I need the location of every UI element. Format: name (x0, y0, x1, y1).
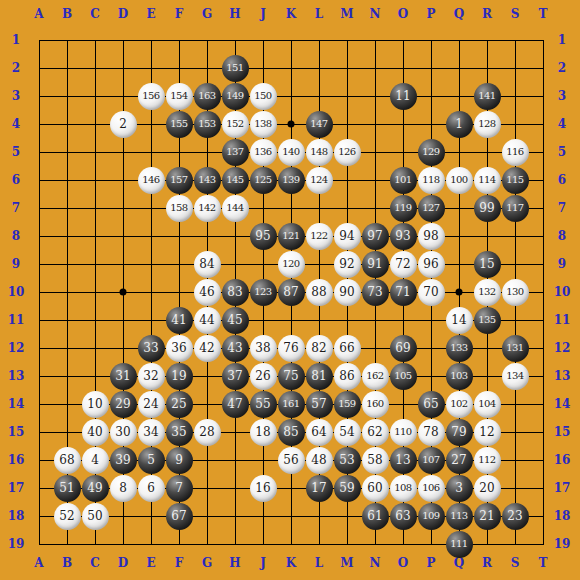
board-point[interactable]: 137 (221, 138, 249, 166)
board-point[interactable] (277, 26, 305, 54)
board-point[interactable] (333, 110, 361, 138)
board-point[interactable]: 112 (473, 446, 501, 474)
board-point[interactable] (501, 26, 529, 54)
board-point[interactable] (417, 54, 445, 82)
board-point[interactable]: 40 (81, 418, 109, 446)
board-point[interactable]: 32 (137, 362, 165, 390)
board-point[interactable] (221, 502, 249, 530)
board-point[interactable] (53, 306, 81, 334)
board-point[interactable]: 99 (473, 194, 501, 222)
board-point[interactable] (193, 54, 221, 82)
board-point[interactable] (25, 250, 53, 278)
board-point[interactable]: 92 (333, 250, 361, 278)
board-point[interactable] (165, 138, 193, 166)
board-point[interactable]: 144 (221, 194, 249, 222)
board-point[interactable]: 136 (249, 138, 277, 166)
board-point[interactable] (361, 54, 389, 82)
board-point[interactable]: 13 (389, 446, 417, 474)
board-point[interactable]: 162 (361, 362, 389, 390)
board-point[interactable] (249, 446, 277, 474)
board-point[interactable] (361, 194, 389, 222)
board-point[interactable] (109, 250, 137, 278)
board-point[interactable] (193, 390, 221, 418)
board-point[interactable]: 21 (473, 502, 501, 530)
board-point[interactable]: 103 (445, 362, 473, 390)
board-point[interactable] (53, 166, 81, 194)
board-point[interactable]: 131 (501, 334, 529, 362)
board-point[interactable]: 121 (277, 222, 305, 250)
board-point[interactable]: 66 (333, 334, 361, 362)
board-point[interactable]: 55 (249, 390, 277, 418)
board-point[interactable] (137, 306, 165, 334)
board-point[interactable]: 117 (501, 194, 529, 222)
board-point[interactable] (137, 530, 165, 558)
board-point[interactable]: 160 (361, 390, 389, 418)
board-point[interactable] (53, 110, 81, 138)
board-point[interactable]: 49 (81, 474, 109, 502)
board-point[interactable] (165, 278, 193, 306)
board-point[interactable]: 96 (417, 250, 445, 278)
board-point[interactable] (389, 306, 417, 334)
board-point[interactable]: 84 (193, 250, 221, 278)
board-point[interactable] (389, 138, 417, 166)
board-point[interactable] (361, 166, 389, 194)
board-point[interactable] (305, 54, 333, 82)
board-point[interactable]: 70 (417, 278, 445, 306)
board-point[interactable]: 44 (193, 306, 221, 334)
board-point[interactable] (445, 82, 473, 110)
board-point[interactable] (137, 54, 165, 82)
board-point[interactable]: 91 (361, 250, 389, 278)
board-point[interactable] (333, 166, 361, 194)
board-point[interactable]: 158 (165, 194, 193, 222)
board-point[interactable] (529, 166, 557, 194)
board-point[interactable] (417, 26, 445, 54)
board-point[interactable] (137, 26, 165, 54)
board-point[interactable]: 94 (333, 222, 361, 250)
board-point[interactable] (389, 54, 417, 82)
board-point[interactable]: 52 (53, 502, 81, 530)
board-point[interactable]: 100 (445, 166, 473, 194)
board-point[interactable] (277, 530, 305, 558)
board-point[interactable] (137, 278, 165, 306)
board-point[interactable] (165, 530, 193, 558)
board-point[interactable] (25, 26, 53, 54)
board-point[interactable] (445, 222, 473, 250)
board-point[interactable] (361, 110, 389, 138)
board-point[interactable]: 41 (165, 306, 193, 334)
board-point[interactable] (25, 82, 53, 110)
board-point[interactable] (53, 334, 81, 362)
board-point[interactable] (109, 530, 137, 558)
board-point[interactable]: 148 (305, 138, 333, 166)
board-point[interactable] (501, 390, 529, 418)
board-point[interactable] (81, 138, 109, 166)
board-point[interactable]: 9 (165, 446, 193, 474)
board-point[interactable] (221, 474, 249, 502)
board-point[interactable] (445, 250, 473, 278)
board-point[interactable] (25, 446, 53, 474)
board-point[interactable] (165, 26, 193, 54)
board-point[interactable]: 78 (417, 418, 445, 446)
board-point[interactable]: 73 (361, 278, 389, 306)
board-point[interactable] (165, 54, 193, 82)
board-point[interactable]: 104 (473, 390, 501, 418)
board-point[interactable]: 149 (221, 82, 249, 110)
board-point[interactable] (417, 110, 445, 138)
board-point[interactable] (529, 54, 557, 82)
board-point[interactable] (53, 138, 81, 166)
board-point[interactable]: 87 (277, 278, 305, 306)
board-point[interactable] (305, 306, 333, 334)
board-point[interactable]: 102 (445, 390, 473, 418)
board-point[interactable]: 125 (249, 166, 277, 194)
board-point[interactable] (81, 166, 109, 194)
board-point[interactable]: 118 (417, 166, 445, 194)
board-point[interactable]: 5 (137, 446, 165, 474)
board-point[interactable]: 107 (417, 446, 445, 474)
board-point[interactable] (221, 222, 249, 250)
board-point[interactable] (165, 250, 193, 278)
board-point[interactable] (165, 222, 193, 250)
board-point[interactable] (53, 530, 81, 558)
board-point[interactable]: 12 (473, 418, 501, 446)
board-point[interactable]: 146 (137, 166, 165, 194)
board-point[interactable]: 140 (277, 138, 305, 166)
board-point[interactable]: 143 (193, 166, 221, 194)
board-point[interactable] (361, 334, 389, 362)
board-point[interactable] (445, 26, 473, 54)
board-point[interactable] (81, 530, 109, 558)
board-point[interactable] (249, 502, 277, 530)
board-point[interactable] (473, 222, 501, 250)
board-point[interactable] (529, 26, 557, 54)
board-point[interactable] (501, 54, 529, 82)
board-point[interactable]: 85 (277, 418, 305, 446)
board-point[interactable]: 86 (333, 362, 361, 390)
board-point[interactable]: 37 (221, 362, 249, 390)
board-point[interactable] (221, 250, 249, 278)
board-point[interactable]: 35 (165, 418, 193, 446)
board-point[interactable]: 36 (165, 334, 193, 362)
board-point[interactable] (25, 278, 53, 306)
board-point[interactable]: 46 (193, 278, 221, 306)
board-point[interactable]: 60 (361, 474, 389, 502)
board-point[interactable] (277, 194, 305, 222)
board-point[interactable]: 159 (333, 390, 361, 418)
board-point[interactable] (417, 334, 445, 362)
board-point[interactable] (109, 502, 137, 530)
board-point[interactable] (81, 250, 109, 278)
board-point[interactable] (249, 26, 277, 54)
board-point[interactable] (333, 194, 361, 222)
board-point[interactable] (81, 110, 109, 138)
board-point[interactable]: 27 (445, 446, 473, 474)
board-point[interactable]: 155 (165, 110, 193, 138)
board-point[interactable] (81, 306, 109, 334)
board-point[interactable] (193, 362, 221, 390)
board-point[interactable]: 123 (249, 278, 277, 306)
board-point[interactable]: 4 (81, 446, 109, 474)
board-point[interactable]: 75 (277, 362, 305, 390)
board-point[interactable] (25, 390, 53, 418)
board-point[interactable]: 139 (277, 166, 305, 194)
board-point[interactable]: 111 (445, 530, 473, 558)
board-point[interactable]: 54 (333, 418, 361, 446)
board-point[interactable] (25, 334, 53, 362)
board-point[interactable]: 24 (137, 390, 165, 418)
board-point[interactable]: 56 (277, 446, 305, 474)
board-point[interactable] (109, 82, 137, 110)
board-point[interactable] (53, 250, 81, 278)
board-point[interactable]: 106 (417, 474, 445, 502)
board-point[interactable] (361, 306, 389, 334)
board-point[interactable]: 163 (193, 82, 221, 110)
board-point[interactable] (277, 306, 305, 334)
board-point[interactable]: 25 (165, 390, 193, 418)
board-point[interactable] (53, 82, 81, 110)
board-point[interactable] (445, 278, 473, 306)
board-point[interactable] (249, 194, 277, 222)
board-point[interactable] (529, 334, 557, 362)
board-point[interactable] (249, 530, 277, 558)
board-point[interactable]: 152 (221, 110, 249, 138)
board-point[interactable]: 90 (333, 278, 361, 306)
board-point[interactable] (137, 250, 165, 278)
board-point[interactable] (501, 306, 529, 334)
board-point[interactable] (221, 446, 249, 474)
board-point[interactable] (137, 110, 165, 138)
board-point[interactable]: 2 (109, 110, 137, 138)
board-point[interactable]: 51 (53, 474, 81, 502)
board-point[interactable] (53, 194, 81, 222)
board-point[interactable]: 57 (305, 390, 333, 418)
board-point[interactable] (473, 54, 501, 82)
board-point[interactable]: 150 (249, 82, 277, 110)
board-point[interactable]: 63 (389, 502, 417, 530)
board-point[interactable]: 67 (165, 502, 193, 530)
board-point[interactable] (277, 110, 305, 138)
board-point[interactable] (417, 82, 445, 110)
board-point[interactable]: 28 (193, 418, 221, 446)
board-point[interactable] (305, 530, 333, 558)
board-point[interactable]: 31 (109, 362, 137, 390)
board-point[interactable]: 47 (221, 390, 249, 418)
board-point[interactable] (529, 82, 557, 110)
board-point[interactable] (277, 54, 305, 82)
board-point[interactable]: 69 (389, 334, 417, 362)
board-point[interactable]: 23 (501, 502, 529, 530)
board-point[interactable]: 14 (445, 306, 473, 334)
board-point[interactable] (25, 110, 53, 138)
board-point[interactable] (109, 138, 137, 166)
board-point[interactable] (193, 474, 221, 502)
board-point[interactable]: 65 (417, 390, 445, 418)
board-point[interactable]: 34 (137, 418, 165, 446)
board-point[interactable]: 151 (221, 54, 249, 82)
board-point[interactable] (137, 194, 165, 222)
board-point[interactable] (305, 82, 333, 110)
board-point[interactable] (417, 306, 445, 334)
board-point[interactable]: 58 (361, 446, 389, 474)
board-point[interactable]: 105 (389, 362, 417, 390)
board-point[interactable]: 132 (473, 278, 501, 306)
board-point[interactable] (473, 26, 501, 54)
board-point[interactable] (109, 306, 137, 334)
board-point[interactable] (109, 26, 137, 54)
board-point[interactable] (109, 222, 137, 250)
board-point[interactable] (53, 26, 81, 54)
board-point[interactable] (333, 530, 361, 558)
board-point[interactable]: 39 (109, 446, 137, 474)
board-point[interactable]: 30 (109, 418, 137, 446)
board-point[interactable] (501, 110, 529, 138)
board-point[interactable]: 95 (249, 222, 277, 250)
board-point[interactable] (361, 26, 389, 54)
board-point[interactable] (529, 306, 557, 334)
board-point[interactable] (81, 26, 109, 54)
board-point[interactable] (25, 530, 53, 558)
board-point[interactable] (445, 54, 473, 82)
board-point[interactable] (389, 530, 417, 558)
board-point[interactable]: 113 (445, 502, 473, 530)
board-point[interactable] (249, 250, 277, 278)
board-point[interactable]: 119 (389, 194, 417, 222)
board-point[interactable] (109, 166, 137, 194)
board-point[interactable] (501, 250, 529, 278)
board-point[interactable]: 42 (193, 334, 221, 362)
board-point[interactable]: 108 (389, 474, 417, 502)
board-point[interactable]: 1 (445, 110, 473, 138)
board-point[interactable] (529, 446, 557, 474)
board-point[interactable]: 126 (333, 138, 361, 166)
board-point[interactable] (53, 54, 81, 82)
board-point[interactable]: 48 (305, 446, 333, 474)
board-point[interactable] (333, 502, 361, 530)
board-point[interactable] (305, 502, 333, 530)
board-point[interactable]: 72 (389, 250, 417, 278)
board-point[interactable] (53, 390, 81, 418)
board-point[interactable] (529, 138, 557, 166)
board-point[interactable] (529, 110, 557, 138)
board-point[interactable]: 19 (165, 362, 193, 390)
board-point[interactable]: 161 (277, 390, 305, 418)
board-point[interactable] (81, 222, 109, 250)
board-point[interactable]: 29 (109, 390, 137, 418)
board-point[interactable]: 93 (389, 222, 417, 250)
board-point[interactable] (501, 222, 529, 250)
board-point[interactable] (109, 194, 137, 222)
board-point[interactable] (25, 502, 53, 530)
board-point[interactable] (109, 334, 137, 362)
board-point[interactable] (25, 306, 53, 334)
board-point[interactable] (25, 418, 53, 446)
board-point[interactable]: 26 (249, 362, 277, 390)
board-point[interactable]: 8 (109, 474, 137, 502)
board-point[interactable] (389, 390, 417, 418)
board-point[interactable]: 147 (305, 110, 333, 138)
board-point[interactable] (193, 446, 221, 474)
board-point[interactable] (137, 138, 165, 166)
board-point[interactable]: 3 (445, 474, 473, 502)
board-point[interactable] (221, 418, 249, 446)
board-point[interactable] (53, 418, 81, 446)
board-point[interactable] (529, 530, 557, 558)
board-point[interactable] (193, 26, 221, 54)
board-point[interactable]: 97 (361, 222, 389, 250)
board-point[interactable]: 153 (193, 110, 221, 138)
board-point[interactable] (221, 26, 249, 54)
board-point[interactable] (277, 502, 305, 530)
board-point[interactable]: 109 (417, 502, 445, 530)
board-point[interactable] (473, 334, 501, 362)
board-point[interactable] (501, 530, 529, 558)
board-point[interactable]: 38 (249, 334, 277, 362)
board-point[interactable]: 11 (389, 82, 417, 110)
board-point[interactable] (529, 390, 557, 418)
board-point[interactable]: 68 (53, 446, 81, 474)
board-point[interactable] (193, 138, 221, 166)
board-point[interactable]: 82 (305, 334, 333, 362)
board-point[interactable] (333, 54, 361, 82)
board-point[interactable] (193, 502, 221, 530)
board-point[interactable]: 20 (473, 474, 501, 502)
board-point[interactable] (81, 54, 109, 82)
board-point[interactable]: 6 (137, 474, 165, 502)
board-point[interactable] (529, 502, 557, 530)
board-point[interactable] (501, 474, 529, 502)
board-point[interactable] (25, 166, 53, 194)
board-point[interactable]: 18 (249, 418, 277, 446)
board-point[interactable] (529, 278, 557, 306)
board-point[interactable] (137, 502, 165, 530)
board-point[interactable] (81, 194, 109, 222)
board-point[interactable] (305, 26, 333, 54)
board-point[interactable]: 98 (417, 222, 445, 250)
board-point[interactable] (529, 474, 557, 502)
board-point[interactable] (501, 446, 529, 474)
board-point[interactable] (81, 82, 109, 110)
board-point[interactable]: 134 (501, 362, 529, 390)
board-point[interactable]: 88 (305, 278, 333, 306)
board-point[interactable]: 135 (473, 306, 501, 334)
board-point[interactable] (445, 194, 473, 222)
board-point[interactable]: 142 (193, 194, 221, 222)
board-point[interactable] (81, 334, 109, 362)
board-point[interactable] (221, 530, 249, 558)
board-point[interactable] (361, 138, 389, 166)
board-point[interactable]: 53 (333, 446, 361, 474)
board-point[interactable] (305, 250, 333, 278)
board-point[interactable]: 141 (473, 82, 501, 110)
board-point[interactable]: 129 (417, 138, 445, 166)
board-point[interactable] (53, 362, 81, 390)
board-point[interactable] (53, 278, 81, 306)
board-point[interactable] (389, 26, 417, 54)
board-point[interactable] (445, 138, 473, 166)
board-point[interactable] (277, 82, 305, 110)
board-point[interactable]: 17 (305, 474, 333, 502)
board-point[interactable]: 110 (389, 418, 417, 446)
board-point[interactable] (109, 278, 137, 306)
board-point[interactable]: 76 (277, 334, 305, 362)
board-point[interactable] (417, 530, 445, 558)
board-point[interactable] (193, 222, 221, 250)
board-point[interactable]: 59 (333, 474, 361, 502)
board-point[interactable]: 83 (221, 278, 249, 306)
board-point[interactable] (81, 278, 109, 306)
board-point[interactable]: 145 (221, 166, 249, 194)
